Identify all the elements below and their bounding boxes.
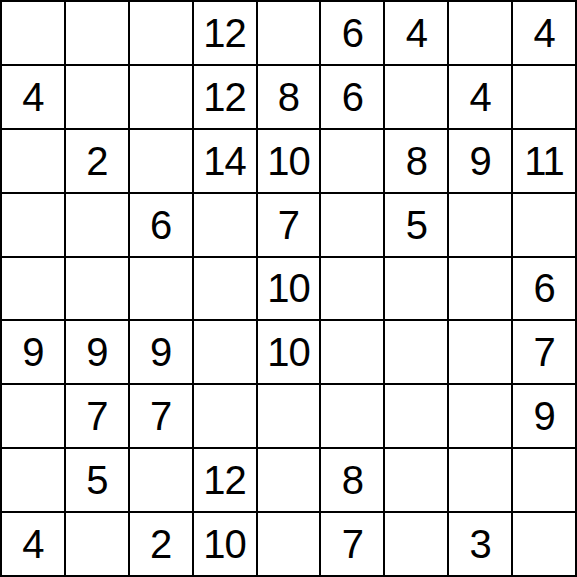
puzzle-board: 1264441286421410891167510699910777951284… [0,0,577,577]
grid-cell-empty[interactable] [194,194,256,256]
grid-cell-empty[interactable] [513,513,575,575]
grid-cell-given[interactable]: 4 [385,2,447,64]
grid-cell-empty[interactable] [66,66,128,128]
grid-cell-given[interactable]: 6 [321,66,383,128]
grid-cell-empty[interactable] [66,258,128,320]
grid-cell-empty[interactable] [2,130,64,192]
grid-cell-empty[interactable] [258,513,320,575]
grid-cell-given[interactable]: 10 [258,258,320,320]
grid-cell-empty[interactable] [513,66,575,128]
grid-cell-empty[interactable] [194,258,256,320]
grid-cell-empty[interactable] [130,258,192,320]
grid-cell-given[interactable]: 7 [130,385,192,447]
grid-cell-empty[interactable] [385,449,447,511]
grid-cell-given[interactable]: 6 [321,2,383,64]
grid-cell-given[interactable]: 3 [449,513,511,575]
grid-cell-given[interactable]: 10 [258,130,320,192]
grid-cell-given[interactable]: 8 [258,66,320,128]
grid-cell-given[interactable]: 8 [385,130,447,192]
grid-cell-empty[interactable] [449,194,511,256]
grid-cell-empty[interactable] [513,194,575,256]
grid-cell-empty[interactable] [449,2,511,64]
grid-cell-given[interactable]: 9 [130,321,192,383]
grid-cell-given[interactable]: 6 [513,258,575,320]
grid-cell-empty[interactable] [321,385,383,447]
grid-cell-given[interactable]: 2 [66,130,128,192]
grid-cell-empty[interactable] [449,321,511,383]
grid-cell-empty[interactable] [385,66,447,128]
grid-cell-given[interactable]: 4 [2,66,64,128]
grid-cell-empty[interactable] [385,513,447,575]
grid-cell-empty[interactable] [2,2,64,64]
grid-cell-given[interactable]: 9 [513,385,575,447]
grid-cell-given[interactable]: 7 [513,321,575,383]
grid-cell-empty[interactable] [321,130,383,192]
grid-cell-empty[interactable] [258,449,320,511]
grid-cell-given[interactable]: 4 [513,2,575,64]
grid-cell-empty[interactable] [130,2,192,64]
grid-cell-empty[interactable] [385,385,447,447]
grid-cell-given[interactable]: 2 [130,513,192,575]
grid-cell-empty[interactable] [321,194,383,256]
grid-cell-empty[interactable] [66,2,128,64]
grid-cell-given[interactable]: 8 [321,449,383,511]
grid-cell-empty[interactable] [130,130,192,192]
grid-cell-given[interactable]: 4 [2,513,64,575]
grid-cell-empty[interactable] [321,258,383,320]
grid-cell-given[interactable]: 4 [449,66,511,128]
grid-cell-empty[interactable] [385,258,447,320]
grid-cell-given[interactable]: 12 [194,66,256,128]
grid-cell-given[interactable]: 9 [449,130,511,192]
grid-cell-empty[interactable] [66,513,128,575]
grid-cell-given[interactable]: 12 [194,2,256,64]
grid-cell-given[interactable]: 7 [258,194,320,256]
grid-cell-empty[interactable] [2,258,64,320]
grid-cell-empty[interactable] [2,194,64,256]
grid-cell-empty[interactable] [2,449,64,511]
grid-cell-empty[interactable] [513,449,575,511]
grid-cell-empty[interactable] [130,66,192,128]
grid-cell-given[interactable]: 5 [66,449,128,511]
grid-cell-empty[interactable] [130,449,192,511]
grid-cell-empty[interactable] [194,321,256,383]
grid-cell-empty[interactable] [449,449,511,511]
grid-cell-given[interactable]: 14 [194,130,256,192]
grid-cell-given[interactable]: 11 [513,130,575,192]
grid-cell-empty[interactable] [258,385,320,447]
grid-cell-empty[interactable] [449,258,511,320]
grid-cell-empty[interactable] [321,321,383,383]
grid-cell-given[interactable]: 6 [130,194,192,256]
grid-cell-empty[interactable] [2,385,64,447]
grid-cell-given[interactable]: 7 [321,513,383,575]
grid-cell-given[interactable]: 9 [2,321,64,383]
grid-cell-given[interactable]: 9 [66,321,128,383]
grid-cell-empty[interactable] [385,321,447,383]
grid-cell-empty[interactable] [258,2,320,64]
grid-cell-empty[interactable] [66,194,128,256]
grid-cell-given[interactable]: 10 [258,321,320,383]
grid-cell-empty[interactable] [194,385,256,447]
grid-cell-given[interactable]: 7 [66,385,128,447]
puzzle-grid: 1264441286421410891167510699910777951284… [0,0,577,577]
grid-cell-given[interactable]: 5 [385,194,447,256]
grid-cell-empty[interactable] [449,385,511,447]
grid-cell-given[interactable]: 10 [194,513,256,575]
grid-cell-given[interactable]: 12 [194,449,256,511]
